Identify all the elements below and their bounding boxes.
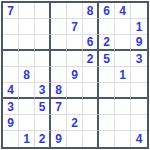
given-digit: 9 bbox=[71, 69, 78, 81]
given-digit: 1 bbox=[136, 21, 143, 33]
cell-r2c2[interactable] bbox=[19, 19, 35, 35]
given-digit: 2 bbox=[39, 133, 46, 145]
cell-r2c1[interactable] bbox=[3, 19, 19, 35]
cell-r8c3[interactable] bbox=[35, 115, 51, 131]
cell-r5c3[interactable] bbox=[35, 67, 51, 83]
given-digit: 8 bbox=[23, 69, 30, 81]
given-digit: 5 bbox=[39, 101, 46, 113]
cell-r5c1[interactable] bbox=[3, 67, 19, 83]
cell-r1c3[interactable] bbox=[35, 3, 51, 19]
cell-r4c6[interactable]: 2 bbox=[83, 51, 99, 67]
cell-r9c6[interactable] bbox=[83, 131, 99, 147]
given-digit: 2 bbox=[71, 117, 78, 129]
cell-r9c5[interactable] bbox=[67, 131, 83, 147]
given-digit: 9 bbox=[7, 117, 14, 129]
cell-r3c3[interactable] bbox=[35, 35, 51, 51]
sudoku-app: 786471629253891438357921294 bbox=[0, 0, 150, 150]
cell-r9c8[interactable] bbox=[115, 131, 131, 147]
cell-r7c8[interactable] bbox=[115, 99, 131, 115]
given-digit: 5 bbox=[103, 53, 110, 65]
cell-r7c4[interactable]: 7 bbox=[51, 99, 67, 115]
given-digit: 6 bbox=[87, 36, 94, 48]
cell-r3c6[interactable]: 6 bbox=[83, 35, 99, 51]
cell-r7c1[interactable]: 3 bbox=[3, 99, 19, 115]
cell-r4c4[interactable] bbox=[51, 51, 67, 67]
cell-r1c2[interactable] bbox=[19, 3, 35, 19]
cell-r7c7[interactable] bbox=[99, 99, 115, 115]
cell-r3c2[interactable] bbox=[19, 35, 35, 51]
cell-r3c4[interactable] bbox=[51, 35, 67, 51]
cell-r6c3[interactable]: 3 bbox=[35, 83, 51, 99]
cell-r1c9[interactable] bbox=[131, 3, 147, 19]
cell-r6c7[interactable] bbox=[99, 83, 115, 99]
cell-r9c1[interactable] bbox=[3, 131, 19, 147]
cell-r7c2[interactable] bbox=[19, 99, 35, 115]
cell-r1c7[interactable]: 6 bbox=[99, 3, 115, 19]
cell-r4c9[interactable]: 3 bbox=[131, 51, 147, 67]
cell-r9c4[interactable]: 9 bbox=[51, 131, 67, 147]
given-digit: 3 bbox=[7, 101, 14, 113]
cell-r2c5[interactable]: 7 bbox=[67, 19, 83, 35]
cell-r5c9[interactable] bbox=[131, 67, 147, 83]
given-digit: 2 bbox=[103, 36, 110, 48]
cell-r5c7[interactable] bbox=[99, 67, 115, 83]
cell-r8c2[interactable] bbox=[19, 115, 35, 131]
cell-r8c1[interactable]: 9 bbox=[3, 115, 19, 131]
cell-r6c6[interactable] bbox=[83, 83, 99, 99]
cell-r1c5[interactable] bbox=[67, 3, 83, 19]
cell-r5c8[interactable]: 1 bbox=[115, 67, 131, 83]
given-digit: 4 bbox=[136, 133, 143, 145]
cell-r5c5[interactable]: 9 bbox=[67, 67, 83, 83]
given-digit: 1 bbox=[119, 69, 126, 81]
cell-r6c5[interactable] bbox=[67, 83, 83, 99]
sudoku-board: 786471629253891438357921294 bbox=[1, 1, 149, 149]
cell-r5c6[interactable] bbox=[83, 67, 99, 83]
cell-r2c6[interactable] bbox=[83, 19, 99, 35]
given-digit: 9 bbox=[136, 36, 143, 48]
cell-r4c3[interactable] bbox=[35, 51, 51, 67]
cell-r9c2[interactable]: 1 bbox=[19, 131, 35, 147]
cell-r6c1[interactable]: 4 bbox=[3, 83, 19, 99]
cell-r9c9[interactable]: 4 bbox=[131, 131, 147, 147]
given-digit: 2 bbox=[87, 53, 94, 65]
given-digit: 8 bbox=[87, 5, 94, 17]
cell-r7c6[interactable] bbox=[83, 99, 99, 115]
cell-r2c9[interactable]: 1 bbox=[131, 19, 147, 35]
given-digit: 4 bbox=[7, 84, 14, 96]
given-digit: 1 bbox=[23, 133, 30, 145]
cell-r6c9[interactable] bbox=[131, 83, 147, 99]
cell-r5c2[interactable]: 8 bbox=[19, 67, 35, 83]
cell-r1c4[interactable] bbox=[51, 3, 67, 19]
cell-r2c8[interactable] bbox=[115, 19, 131, 35]
given-digit: 7 bbox=[7, 5, 14, 17]
cell-r4c1[interactable] bbox=[3, 51, 19, 67]
given-digit: 9 bbox=[55, 133, 62, 145]
cell-r4c7[interactable]: 5 bbox=[99, 51, 115, 67]
cell-r1c6[interactable]: 8 bbox=[83, 3, 99, 19]
cell-r9c7[interactable] bbox=[99, 131, 115, 147]
cell-r3c5[interactable] bbox=[67, 35, 83, 51]
given-digit: 3 bbox=[39, 84, 46, 96]
cell-r5c4[interactable] bbox=[51, 67, 67, 83]
cell-r7c9[interactable] bbox=[131, 99, 147, 115]
cell-r8c7[interactable] bbox=[99, 115, 115, 131]
cell-r4c8[interactable] bbox=[115, 51, 131, 67]
cell-r8c5[interactable]: 2 bbox=[67, 115, 83, 131]
cell-r3c9[interactable]: 9 bbox=[131, 35, 147, 51]
cell-r7c5[interactable] bbox=[67, 99, 83, 115]
cell-r2c7[interactable] bbox=[99, 19, 115, 35]
cell-r8c6[interactable] bbox=[83, 115, 99, 131]
cell-r2c4[interactable] bbox=[51, 19, 67, 35]
cell-r7c3[interactable]: 5 bbox=[35, 99, 51, 115]
cell-r6c4[interactable]: 8 bbox=[51, 83, 67, 99]
given-digit: 7 bbox=[55, 101, 62, 113]
cell-r3c7[interactable]: 2 bbox=[99, 35, 115, 51]
cell-r4c2[interactable] bbox=[19, 51, 35, 67]
given-digit: 8 bbox=[55, 84, 62, 96]
cell-r4c5[interactable] bbox=[67, 51, 83, 67]
cell-r8c4[interactable] bbox=[51, 115, 67, 131]
cell-r3c8[interactable] bbox=[115, 35, 131, 51]
cell-r1c1[interactable]: 7 bbox=[3, 3, 19, 19]
given-digit: 4 bbox=[119, 5, 126, 17]
given-digit: 6 bbox=[103, 5, 110, 17]
cell-r9c3[interactable]: 2 bbox=[35, 131, 51, 147]
given-digit: 7 bbox=[71, 21, 78, 33]
given-digit: 3 bbox=[136, 53, 143, 65]
cell-r8c9[interactable] bbox=[131, 115, 147, 131]
cell-r1c8[interactable]: 4 bbox=[115, 3, 131, 19]
cell-r3c1[interactable] bbox=[3, 35, 19, 51]
cell-r6c2[interactable] bbox=[19, 83, 35, 99]
cell-r6c8[interactable] bbox=[115, 83, 131, 99]
cell-r8c8[interactable] bbox=[115, 115, 131, 131]
cell-r2c3[interactable] bbox=[35, 19, 51, 35]
